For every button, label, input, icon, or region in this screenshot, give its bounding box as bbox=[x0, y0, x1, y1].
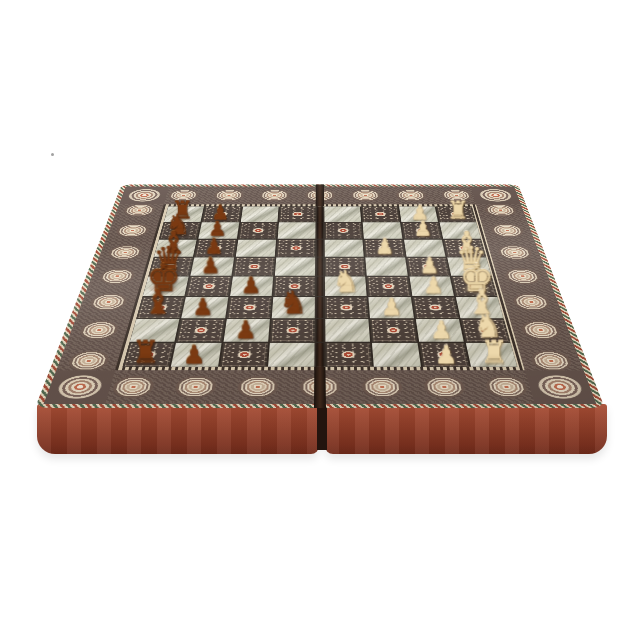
square-h5 bbox=[268, 343, 315, 367]
square-a8: ♜ bbox=[164, 206, 204, 221]
square-d3 bbox=[366, 257, 408, 275]
piece-bP-h7: ♟ bbox=[171, 343, 217, 367]
square-e4: ♞ bbox=[325, 277, 367, 297]
square-b5 bbox=[277, 222, 315, 238]
square-f6 bbox=[227, 297, 272, 318]
square-h3 bbox=[372, 343, 420, 367]
square-e3 bbox=[367, 277, 410, 297]
product-photo-chess-set: ♜♟♟♜♞♟♟♝♟♟♝♛♟♟♛♚♟♞♟♚♝♟♞♟♝♟♟♞♜♟♟♜ bbox=[0, 0, 640, 640]
square-d6 bbox=[233, 257, 275, 275]
piece-bP-c7: ♟ bbox=[195, 236, 234, 256]
square-a6 bbox=[240, 206, 278, 221]
square-d7: ♟ bbox=[191, 257, 234, 275]
square-f2 bbox=[412, 297, 458, 318]
square-h7: ♟ bbox=[171, 343, 221, 367]
square-b1 bbox=[439, 222, 480, 238]
square-h1: ♜ bbox=[466, 343, 518, 367]
piece-wP-a2: ♟ bbox=[401, 203, 438, 222]
square-h4 bbox=[325, 343, 372, 367]
square-b2: ♟ bbox=[401, 222, 441, 238]
board-top-surface: ♜♟♟♜♞♟♟♝♟♟♝♛♟♟♛♚♟♞♟♚♝♟♞♟♝♟♟♞♜♟♟♜ bbox=[35, 184, 605, 408]
square-c7: ♟ bbox=[195, 239, 237, 256]
square-b8: ♞ bbox=[159, 222, 200, 238]
square-a5 bbox=[279, 206, 316, 221]
photo-artifact-dot bbox=[51, 153, 54, 156]
hinge-gap bbox=[317, 277, 324, 297]
square-h6 bbox=[219, 343, 267, 367]
square-c2 bbox=[404, 239, 446, 256]
square-b4 bbox=[324, 222, 362, 238]
square-g3 bbox=[370, 319, 417, 342]
hinge-gap bbox=[317, 239, 323, 256]
piece-wP-g2: ♟ bbox=[419, 318, 464, 341]
square-a2: ♟ bbox=[399, 206, 438, 221]
square-f5: ♞ bbox=[272, 297, 315, 318]
square-g1: ♞ bbox=[460, 319, 510, 342]
wooden-base-right-half bbox=[325, 404, 607, 454]
square-d5 bbox=[275, 257, 316, 275]
square-c1: ♝ bbox=[443, 239, 486, 256]
square-e2: ♟ bbox=[409, 277, 454, 297]
square-b6 bbox=[238, 222, 277, 238]
square-c4 bbox=[325, 239, 364, 256]
square-e5 bbox=[273, 277, 315, 297]
square-c8: ♝ bbox=[154, 239, 197, 256]
border-band-near bbox=[44, 370, 597, 404]
square-g8 bbox=[130, 319, 180, 342]
square-g5 bbox=[270, 319, 315, 342]
hinge-gap bbox=[316, 297, 323, 318]
wooden-base-left-half bbox=[37, 404, 319, 454]
square-a3 bbox=[362, 206, 400, 221]
piece-bP-a7: ♟ bbox=[202, 203, 239, 222]
square-c5 bbox=[276, 239, 315, 256]
piece-wR-h1: ♜ bbox=[471, 337, 517, 367]
chess-grid: ♜♟♟♜♞♟♟♝♟♟♝♛♟♟♛♚♟♞♟♚♝♟♞♟♝♟♟♞♜♟♟♜ bbox=[123, 206, 518, 366]
hinge-gap bbox=[316, 319, 323, 342]
piece-wP-d2: ♟ bbox=[409, 255, 449, 276]
square-b7: ♟ bbox=[199, 222, 239, 238]
square-b3 bbox=[363, 222, 402, 238]
piece-wP-c3: ♟ bbox=[365, 236, 404, 256]
corner-rosette bbox=[44, 370, 116, 404]
square-d8: ♛ bbox=[149, 257, 193, 275]
piece-wP-b2: ♟ bbox=[404, 219, 442, 239]
square-c6 bbox=[235, 239, 275, 256]
square-a4 bbox=[324, 206, 361, 221]
square-d4 bbox=[325, 257, 366, 275]
piece-bP-d7: ♟ bbox=[191, 255, 231, 276]
square-a7: ♟ bbox=[202, 206, 241, 221]
corner-rosette bbox=[119, 186, 169, 204]
square-h8: ♜ bbox=[123, 343, 175, 367]
square-e1: ♚ bbox=[451, 277, 497, 297]
square-e8: ♚ bbox=[143, 277, 189, 297]
square-d2: ♟ bbox=[406, 257, 449, 275]
corner-rosette bbox=[471, 186, 521, 204]
square-f3: ♟ bbox=[369, 297, 414, 318]
square-d1: ♛ bbox=[447, 257, 491, 275]
piece-bR-h8: ♜ bbox=[123, 337, 169, 367]
square-g7 bbox=[176, 319, 224, 342]
square-g4 bbox=[325, 319, 370, 342]
piece-bP-g6: ♟ bbox=[223, 318, 268, 341]
hinge-gap bbox=[317, 206, 323, 221]
square-f1: ♝ bbox=[456, 297, 504, 318]
hinge-gap bbox=[317, 222, 323, 238]
hinge-gap bbox=[317, 257, 324, 275]
base-hinge-gap bbox=[317, 404, 327, 450]
square-f8: ♝ bbox=[137, 297, 185, 318]
square-e7 bbox=[186, 277, 231, 297]
hinge-gap bbox=[316, 343, 324, 367]
square-h2: ♟ bbox=[419, 343, 469, 367]
border-band-far bbox=[119, 186, 521, 204]
square-c3: ♟ bbox=[364, 239, 404, 256]
square-f7: ♟ bbox=[182, 297, 228, 318]
square-f4 bbox=[325, 297, 368, 318]
piece-wP-h2: ♟ bbox=[422, 343, 468, 367]
square-e6: ♟ bbox=[230, 277, 273, 297]
piece-bP-f7: ♟ bbox=[182, 296, 225, 319]
piece-wP-f3: ♟ bbox=[370, 296, 413, 319]
square-g2: ♟ bbox=[415, 319, 463, 342]
square-g6: ♟ bbox=[223, 319, 270, 342]
corner-rosette bbox=[525, 370, 597, 404]
piece-bP-b7: ♟ bbox=[199, 219, 237, 239]
square-a1: ♜ bbox=[436, 206, 476, 221]
